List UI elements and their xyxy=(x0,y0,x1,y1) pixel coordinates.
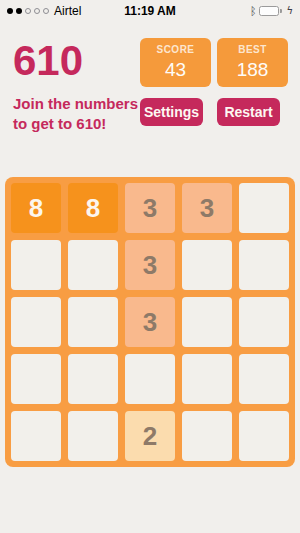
battery-icon xyxy=(259,6,282,16)
signal-dot xyxy=(7,8,13,14)
empty-cell xyxy=(182,297,232,347)
empty-cell xyxy=(68,354,118,404)
best-label: BEST xyxy=(238,44,267,55)
empty-cell xyxy=(68,411,118,461)
empty-cell xyxy=(11,240,61,290)
signal-dot xyxy=(16,8,22,14)
game-subtitle: Join the numbers to get to 610! xyxy=(13,94,138,134)
score-box: SCORE 43 xyxy=(140,38,211,87)
game-header: 610 Join the numbers to get to 610! SCOR… xyxy=(13,38,288,134)
empty-cell xyxy=(182,354,232,404)
score-label: SCORE xyxy=(156,44,194,55)
empty-cell xyxy=(125,354,175,404)
restart-button[interactable]: Restart xyxy=(217,98,280,126)
tile-3: 3 xyxy=(125,297,175,347)
signal-dot xyxy=(25,8,31,14)
empty-cell xyxy=(68,297,118,347)
tile-3: 3 xyxy=(125,240,175,290)
tile-2: 2 xyxy=(125,411,175,461)
empty-cell xyxy=(182,411,232,461)
best-box: BEST 188 xyxy=(217,38,288,87)
game-board[interactable]: 8833332 xyxy=(5,177,295,467)
signal-strength-icon xyxy=(7,8,50,14)
best-value: 188 xyxy=(237,59,269,81)
empty-cell xyxy=(182,240,232,290)
empty-cell xyxy=(11,297,61,347)
subtitle-line-1: Join the numbers xyxy=(13,94,138,114)
empty-cell xyxy=(11,354,61,404)
empty-cell xyxy=(11,411,61,461)
score-value: 43 xyxy=(165,59,186,81)
signal-dot xyxy=(43,8,49,14)
status-bar: Airtel 11:19 AM ᛒ ϟ xyxy=(0,0,300,22)
bluetooth-icon: ᛒ xyxy=(250,6,257,17)
empty-cell xyxy=(239,240,289,290)
subtitle-line-2: to get to 610! xyxy=(13,114,138,134)
empty-cell xyxy=(239,411,289,461)
empty-cell xyxy=(239,297,289,347)
empty-cell xyxy=(68,240,118,290)
carrier-label: Airtel xyxy=(54,4,81,18)
tile-8: 8 xyxy=(11,183,61,233)
signal-dot xyxy=(34,8,40,14)
settings-button[interactable]: Settings xyxy=(140,98,203,126)
tile-3: 3 xyxy=(125,183,175,233)
tile-8: 8 xyxy=(68,183,118,233)
empty-cell xyxy=(239,183,289,233)
charging-bolt-icon: ϟ xyxy=(286,6,293,16)
tile-3: 3 xyxy=(182,183,232,233)
empty-cell xyxy=(239,354,289,404)
page-title: 610 xyxy=(13,40,138,82)
